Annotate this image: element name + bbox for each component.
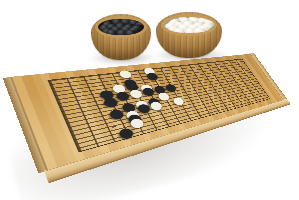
stone-black: ● (97, 88, 117, 101)
white-stone-pile (164, 17, 215, 33)
stone-white: ● (133, 98, 151, 111)
stone-black: ● (144, 71, 161, 82)
stone-white: ● (127, 116, 146, 131)
black-stone-pile (98, 19, 144, 35)
stone-white: ● (141, 66, 157, 76)
stone-white: ● (170, 95, 186, 107)
stone-black: ● (113, 89, 132, 102)
stone-white: ● (155, 90, 172, 102)
black-bowl-stone (125, 30, 137, 37)
stone-black: ● (123, 81, 141, 93)
stone-white: ● (116, 68, 134, 79)
go-photo-scene: ●●●●●●●●●●●●●●●●●●●●●●●●●● (0, 0, 299, 200)
stone-white: ● (147, 99, 165, 112)
white-bowl-opening (161, 14, 218, 36)
stone-black: ● (119, 100, 138, 114)
stone-black: ● (125, 112, 144, 126)
stone-black: ● (116, 125, 137, 141)
stone-black: ● (100, 95, 120, 109)
stone-white: ● (123, 108, 142, 122)
stone-black: ● (139, 86, 156, 98)
stone-black: ● (121, 77, 139, 89)
stone-black: ● (163, 82, 179, 93)
white-bowl-stone (193, 28, 206, 35)
stone-black: ● (135, 102, 153, 115)
stone-white: ● (127, 87, 145, 99)
black-bowl-opening (95, 16, 147, 38)
stone-black: ● (145, 96, 163, 109)
stone-black: ● (106, 107, 126, 122)
stone-white: ● (109, 82, 128, 94)
stone-white: ● (138, 82, 155, 94)
stone-black: ● (151, 84, 168, 95)
